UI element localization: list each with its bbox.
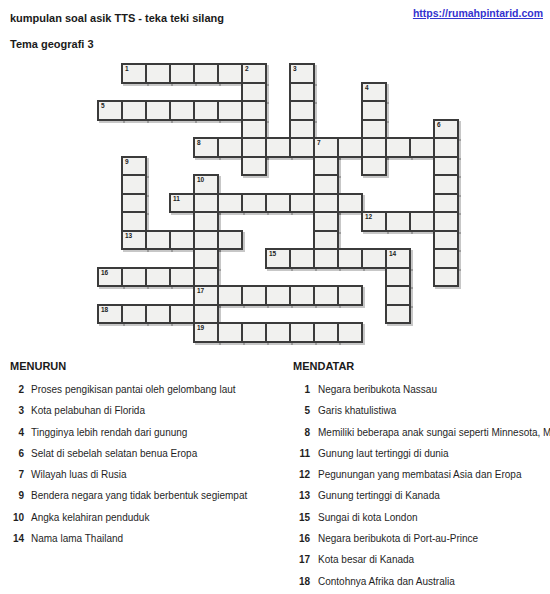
cell-number-label: 14 <box>389 251 396 258</box>
cell-number-label: 9 <box>125 159 129 166</box>
clue-number: 18 <box>293 577 310 587</box>
grid-cell <box>433 137 459 158</box>
clue-item: 2Proses pengikisan pantai oleh gelombang… <box>10 385 247 395</box>
grid-cell <box>289 248 315 269</box>
grid-cell <box>361 100 387 121</box>
clue-item: 1Negara beribukota Nassau <box>293 385 550 395</box>
grid-cell: 15 <box>265 248 291 269</box>
grid-cell: 11 <box>169 193 195 214</box>
cell-number-label: 10 <box>197 177 204 184</box>
grid-cell: 16 <box>97 267 123 288</box>
grid-cell <box>241 322 267 343</box>
grid-cell <box>433 230 459 251</box>
grid-cell <box>217 63 243 84</box>
grid-cell <box>337 285 363 306</box>
grid-cell <box>241 119 267 140</box>
clue-number: 10 <box>10 513 24 523</box>
clue-item: 18Contohnya Afrika dan Australia <box>293 577 550 587</box>
cell-number-label: 2 <box>245 66 249 73</box>
grid-cell <box>241 82 267 103</box>
grid-cell <box>361 156 387 177</box>
grid-cell: 12 <box>361 211 387 232</box>
cell-number-label: 19 <box>197 325 204 332</box>
clue-item: 13Gunung tertinggi di Kanada <box>293 491 550 501</box>
cell-number-label: 16 <box>101 270 108 277</box>
grid-cell <box>313 156 339 177</box>
clue-number: 12 <box>293 470 310 480</box>
grid-cell <box>217 230 243 251</box>
clue-text: Memiliki beberapa anak sungai seperti Mi… <box>318 428 550 438</box>
grid-cell <box>217 100 243 121</box>
clue-item: 12Pegunungan yang membatasi Asia dan Ero… <box>293 470 550 480</box>
clue-number: 5 <box>293 406 310 416</box>
grid-cell <box>313 174 339 195</box>
grid-cell <box>289 119 315 140</box>
clue-text: Sungai di kota London <box>318 513 418 523</box>
clue-number: 3 <box>10 406 24 416</box>
grid-cell <box>313 322 339 343</box>
grid-cell <box>193 63 219 84</box>
cell-number-label: 1 <box>125 66 129 73</box>
grid-cell <box>217 137 243 158</box>
grid-cell <box>385 211 411 232</box>
clue-item: 8Memiliki beberapa anak sungai seperti M… <box>293 428 550 438</box>
grid-cell: 5 <box>97 100 123 121</box>
grid-cell: 19 <box>193 322 219 343</box>
grid-cell: 14 <box>385 248 411 269</box>
grid-cell: 8 <box>193 137 219 158</box>
grid-cell <box>385 285 411 306</box>
clue-text: Nama lama Thailand <box>31 534 123 544</box>
clue-item: 7Wilayah luas di Rusia <box>10 470 247 480</box>
clue-text: Gunung laut tertinggi di dunia <box>318 449 449 459</box>
grid-cell <box>361 137 387 158</box>
clue-item: 16Negara beribukota di Port-au-Prince <box>293 534 550 544</box>
grid-cell <box>145 100 171 121</box>
clue-number: 14 <box>10 534 24 544</box>
clue-item: 17Kota besar di Kanada <box>293 555 550 565</box>
grid-cell <box>193 211 219 232</box>
grid-cell <box>313 285 339 306</box>
grid-cell: 9 <box>121 156 147 177</box>
grid-cell <box>433 174 459 195</box>
grid-cell: 3 <box>289 63 315 84</box>
clue-text: Angka kelahiran penduduk <box>31 513 149 523</box>
cell-number-label: 4 <box>365 85 369 92</box>
grid-cell <box>265 193 291 214</box>
grid-cell <box>193 193 219 214</box>
cell-number-label: 3 <box>293 66 297 73</box>
cell-number-label: 15 <box>269 251 276 258</box>
clue-number: 9 <box>10 491 24 501</box>
clue-number: 16 <box>293 534 310 544</box>
grid-cell <box>193 230 219 251</box>
grid-cell <box>241 193 267 214</box>
clue-text: Contohnya Afrika dan Australia <box>318 577 455 587</box>
grid-cell <box>145 63 171 84</box>
grid-cell <box>265 285 291 306</box>
grid-cell <box>121 267 147 288</box>
grid-cell <box>217 285 243 306</box>
grid-cell <box>337 137 363 158</box>
clue-number: 11 <box>293 449 310 459</box>
grid-cell: 6 <box>433 119 459 140</box>
clue-number: 8 <box>293 428 310 438</box>
clue-number: 17 <box>293 555 310 565</box>
down-clues-heading: MENURUN <box>10 361 247 372</box>
grid-cell <box>409 137 435 158</box>
grid-cell <box>169 230 195 251</box>
page-title: kumpulan soal asik TTS - teka teki silan… <box>10 12 224 24</box>
cell-number-label: 7 <box>317 140 321 147</box>
clue-number: 7 <box>10 470 24 480</box>
across-clue-list: 1Negara beribukota Nassau5Garis khatulis… <box>293 385 550 587</box>
grid-cell <box>121 193 147 214</box>
grid-cell <box>337 193 363 214</box>
clue-number: 2 <box>10 385 24 395</box>
grid-cell <box>169 100 195 121</box>
clue-number: 1 <box>293 385 310 395</box>
grid-cell <box>121 100 147 121</box>
grid-cell <box>289 193 315 214</box>
clue-number: 13 <box>293 491 310 501</box>
grid-cell <box>169 63 195 84</box>
cell-number-label: 8 <box>197 140 201 147</box>
clue-item: 11Gunung laut tertinggi di dunia <box>293 449 550 459</box>
site-link[interactable]: https://rumahpintarid.com <box>413 7 543 19</box>
grid-cell <box>433 248 459 269</box>
grid-cell <box>433 267 459 288</box>
grid-cell: 17 <box>193 285 219 306</box>
down-clues-section: MENURUN 2Proses pengikisan pantai oleh g… <box>10 361 247 544</box>
grid-cell <box>433 211 459 232</box>
theme-title: Tema geografi 3 <box>10 38 94 50</box>
grid-cell <box>241 137 267 158</box>
grid-cell: 18 <box>97 304 123 325</box>
grid-cell <box>409 211 435 232</box>
clue-item: 6Selat di sebelah selatan benua Eropa <box>10 449 247 459</box>
grid-cell <box>385 267 411 288</box>
grid-cell <box>241 100 267 121</box>
grid-cell <box>193 248 219 269</box>
grid-cell <box>385 137 411 158</box>
grid-cell <box>217 322 243 343</box>
grid-cell: 7 <box>313 137 339 158</box>
grid-cell <box>241 285 267 306</box>
down-clue-list: 2Proses pengikisan pantai oleh gelombang… <box>10 385 247 544</box>
grid-cell: 4 <box>361 82 387 103</box>
grid-cell <box>121 304 147 325</box>
clue-text: Pegunungan yang membatasi Asia dan Eropa <box>318 470 521 480</box>
clue-number: 15 <box>293 513 310 523</box>
clue-text: Proses pengikisan pantai oleh gelombang … <box>31 385 236 395</box>
grid-cell <box>265 322 291 343</box>
grid-cell <box>289 137 315 158</box>
across-clues-section: MENDATAR 1Negara beribukota Nassau5Garis… <box>293 361 550 587</box>
clue-text: Tingginya lebih rendah dari gunung <box>31 428 187 438</box>
grid-cell <box>265 137 291 158</box>
clue-item: 3Kota pelabuhan di Florida <box>10 406 247 416</box>
grid-cell: 2 <box>241 63 267 84</box>
grid-cell <box>121 211 147 232</box>
grid-cell <box>289 82 315 103</box>
grid-cell <box>433 156 459 177</box>
clue-item: 5Garis khatulistiwa <box>293 406 550 416</box>
grid-cell <box>337 322 363 343</box>
clue-text: Negara beribukota di Port-au-Prince <box>318 534 478 544</box>
grid-cell <box>289 285 315 306</box>
grid-cell <box>313 211 339 232</box>
grid-cell <box>241 156 267 177</box>
clue-text: Kota besar di Kanada <box>318 555 414 565</box>
clue-item: 9Bendera negara yang tidak berbentuk seg… <box>10 491 247 501</box>
grid-cell <box>289 100 315 121</box>
clue-text: Gunung tertinggi di Kanada <box>318 491 440 501</box>
clue-item: 10Angka kelahiran penduduk <box>10 513 247 523</box>
grid-cell: 10 <box>193 174 219 195</box>
grid-cell <box>169 304 195 325</box>
grid-cell <box>337 248 363 269</box>
grid-cell <box>313 230 339 251</box>
clue-item: 4Tingginya lebih rendah dari gunung <box>10 428 247 438</box>
clue-text: Negara beribukota Nassau <box>318 385 437 395</box>
cell-number-label: 17 <box>197 288 204 295</box>
crossword-grid: 12345687910111213151416171819 <box>97 63 459 344</box>
grid-cell <box>313 248 339 269</box>
cell-number-label: 11 <box>173 196 180 203</box>
grid-cell <box>145 304 171 325</box>
grid-cell: 1 <box>121 63 147 84</box>
grid-cell <box>193 267 219 288</box>
grid-cell <box>193 304 219 325</box>
grid-cell <box>145 267 171 288</box>
cell-number-label: 12 <box>365 214 372 221</box>
grid-cell <box>313 193 339 214</box>
grid-cell <box>193 100 219 121</box>
grid-cell <box>433 193 459 214</box>
clue-number: 4 <box>10 428 24 438</box>
clue-item: 15Sungai di kota London <box>293 513 550 523</box>
grid-cell <box>169 267 195 288</box>
grid-cell <box>385 304 411 325</box>
cell-number-label: 5 <box>101 103 105 110</box>
clue-text: Garis khatulistiwa <box>318 406 396 416</box>
clue-text: Wilayah luas di Rusia <box>31 470 127 480</box>
across-clues-heading: MENDATAR <box>293 361 550 372</box>
grid-cell <box>217 193 243 214</box>
grid-cell <box>121 174 147 195</box>
cell-number-label: 6 <box>437 122 441 129</box>
cell-number-label: 13 <box>125 233 132 240</box>
clue-text: Selat di sebelah selatan benua Eropa <box>31 449 197 459</box>
grid-cell: 13 <box>121 230 147 251</box>
clue-item: 14Nama lama Thailand <box>10 534 247 544</box>
clue-text: Bendera negara yang tidak berbentuk segi… <box>31 491 247 501</box>
grid-cell <box>289 322 315 343</box>
grid-cell <box>361 119 387 140</box>
clue-text: Kota pelabuhan di Florida <box>31 406 145 416</box>
grid-cell <box>145 230 171 251</box>
cell-number-label: 18 <box>101 307 108 314</box>
worksheet-page: { "game": "crossword (teka teki silang)"… <box>0 0 550 594</box>
grid-cell <box>361 248 387 269</box>
clue-number: 6 <box>10 449 24 459</box>
